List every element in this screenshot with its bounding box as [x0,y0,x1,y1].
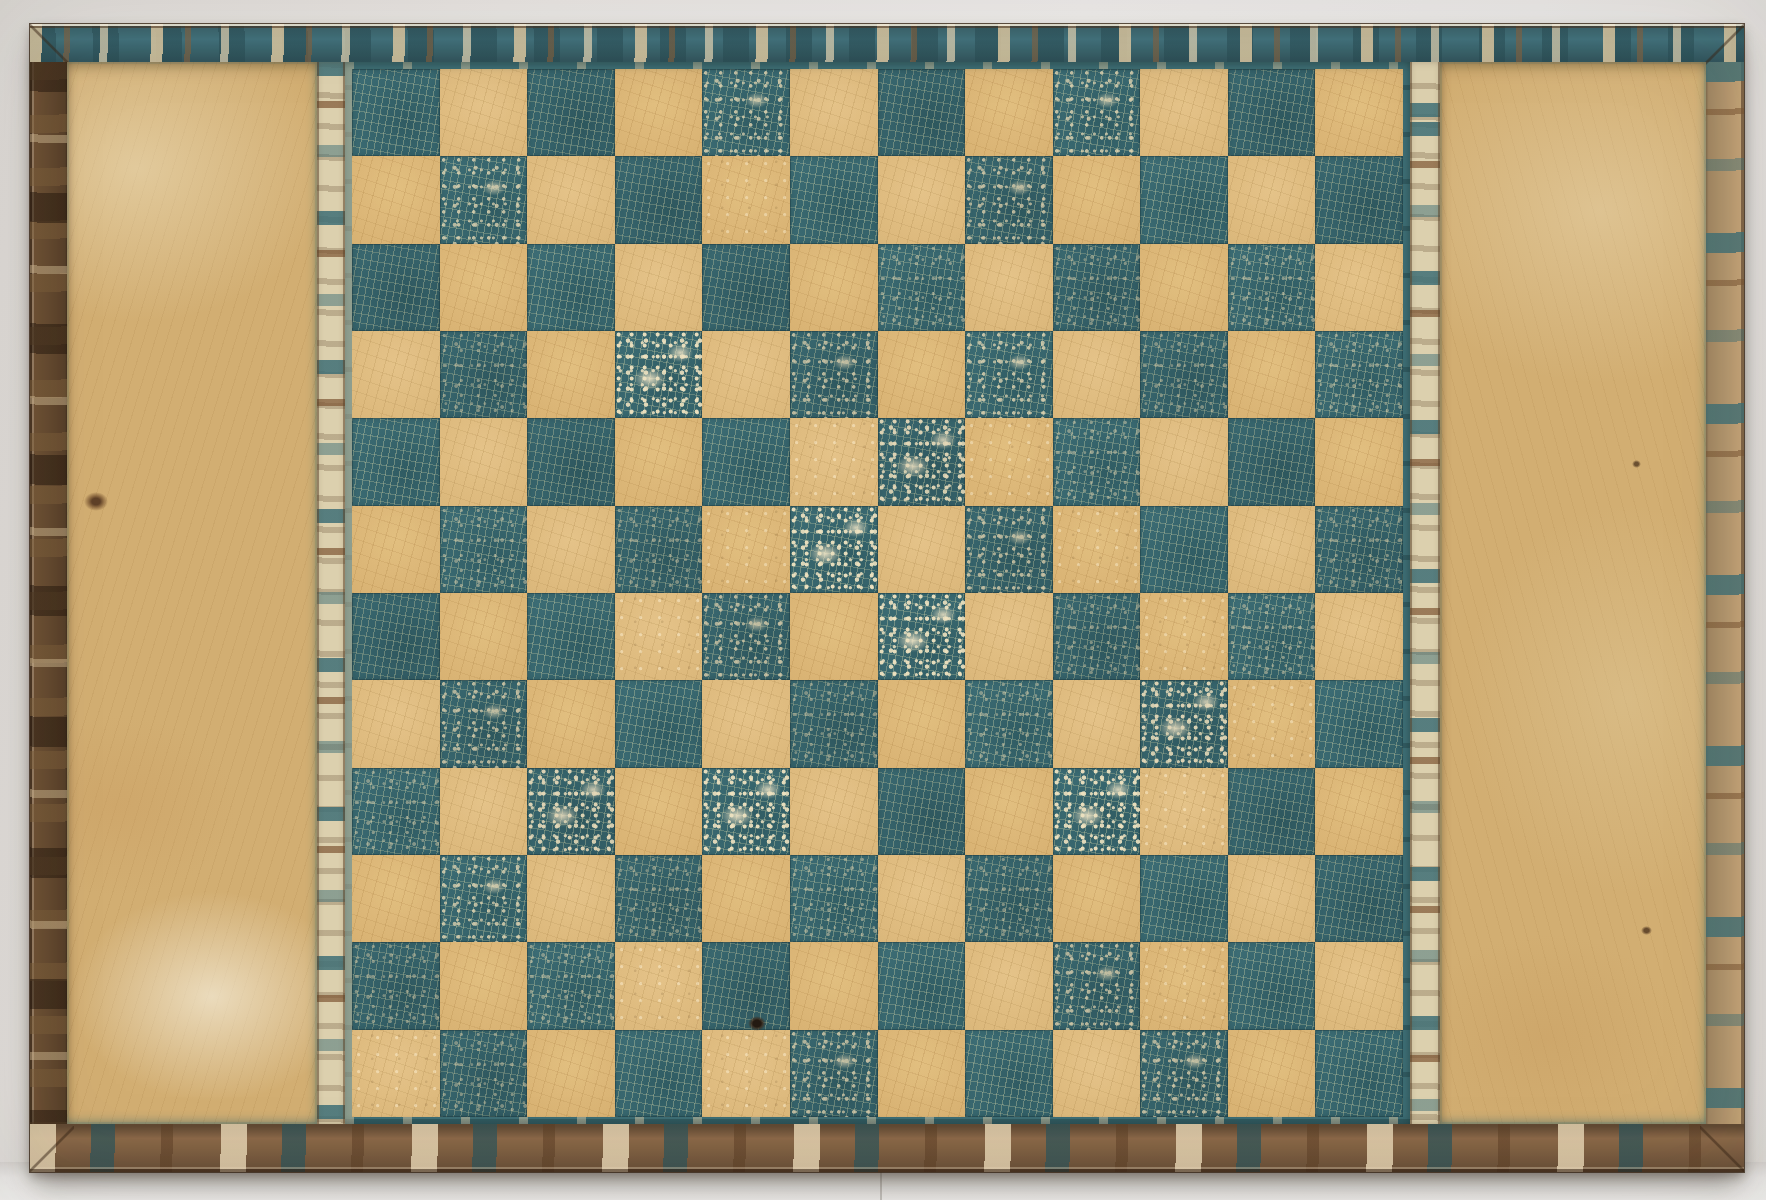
board-square[interactable] [615,418,703,505]
board-square[interactable] [702,156,790,243]
board-square[interactable] [702,331,790,418]
board-square[interactable] [527,69,615,156]
board-square[interactable] [965,331,1053,418]
board-square[interactable] [1315,331,1403,418]
board-square[interactable] [440,768,528,855]
board-square[interactable] [790,680,878,767]
board-square[interactable] [1228,69,1316,156]
board-square[interactable] [1315,593,1403,680]
board-square[interactable] [878,331,966,418]
board-square[interactable] [615,244,703,331]
board-square[interactable] [1228,855,1316,942]
board-square[interactable] [965,593,1053,680]
board-square[interactable] [1140,156,1228,243]
board-surface [67,62,1706,1124]
board-square[interactable] [1228,1030,1316,1117]
board-square[interactable] [965,942,1053,1029]
board-square[interactable] [1228,768,1316,855]
board-square[interactable] [790,855,878,942]
board-square[interactable] [965,506,1053,593]
board-square[interactable] [1053,331,1141,418]
board-square[interactable] [615,1030,703,1117]
board-square[interactable] [1315,855,1403,942]
board-square[interactable] [615,156,703,243]
board-square[interactable] [1228,331,1316,418]
board-square[interactable] [527,506,615,593]
board-square[interactable] [352,156,440,243]
board-square[interactable] [878,418,966,505]
board-square[interactable] [1140,331,1228,418]
board-square[interactable] [1053,593,1141,680]
checkerboard [345,62,1410,1124]
board-square[interactable] [440,593,528,680]
board-square[interactable] [352,331,440,418]
board-square[interactable] [1315,680,1403,767]
photo-backdrop [0,0,1766,1200]
board-square[interactable] [1053,506,1141,593]
board-square[interactable] [965,156,1053,243]
board-square[interactable] [527,855,615,942]
board-square[interactable] [527,1030,615,1117]
board-square[interactable] [527,244,615,331]
board-square[interactable] [440,1030,528,1117]
board-square[interactable] [702,768,790,855]
board-square[interactable] [965,69,1053,156]
board-square[interactable] [615,942,703,1029]
board-square[interactable] [965,768,1053,855]
board-square[interactable] [1228,244,1316,331]
board-square[interactable] [1315,418,1403,505]
board-square[interactable] [702,69,790,156]
board-square[interactable] [702,506,790,593]
board-square[interactable] [1140,244,1228,331]
board-square[interactable] [1315,768,1403,855]
board-square[interactable] [965,855,1053,942]
board-square[interactable] [790,156,878,243]
board-square[interactable] [702,942,790,1029]
board-square[interactable] [790,506,878,593]
board-square[interactable] [352,506,440,593]
board-square[interactable] [352,244,440,331]
board-square[interactable] [1053,680,1141,767]
board-square[interactable] [1228,593,1316,680]
board-square[interactable] [1053,768,1141,855]
board-square[interactable] [440,855,528,942]
floor-seam-line [880,1168,882,1200]
board-square[interactable] [352,768,440,855]
board-square[interactable] [790,244,878,331]
board-square[interactable] [790,418,878,505]
board-square[interactable] [527,593,615,680]
board-square[interactable] [702,1030,790,1117]
board-square[interactable] [878,593,966,680]
board-square[interactable] [1140,418,1228,505]
board-square[interactable] [878,768,966,855]
board-square[interactable] [352,942,440,1029]
board-square[interactable] [878,680,966,767]
board-square[interactable] [352,418,440,505]
board-square[interactable] [1140,506,1228,593]
board-square[interactable] [440,156,528,243]
board-square[interactable] [1053,418,1141,505]
board-square[interactable] [352,1030,440,1117]
left-divider-rail [317,62,345,1124]
left-side-panel [67,62,317,1124]
board-square[interactable] [527,418,615,505]
board-square[interactable] [878,506,966,593]
board-square[interactable] [878,156,966,243]
board-square[interactable] [1315,1030,1403,1117]
board-square[interactable] [1140,69,1228,156]
board-square[interactable] [1315,942,1403,1029]
board-square[interactable] [1140,593,1228,680]
board-square[interactable] [615,593,703,680]
board-square[interactable] [702,418,790,505]
board-square[interactable] [878,1030,966,1117]
board-square[interactable] [352,680,440,767]
board-square[interactable] [1228,418,1316,505]
board-square[interactable] [790,331,878,418]
board-square[interactable] [1053,69,1141,156]
board-square[interactable] [440,244,528,331]
board-square[interactable] [527,156,615,243]
board-square[interactable] [965,244,1053,331]
right-side-panel [1440,62,1706,1124]
board-square[interactable] [527,942,615,1029]
board-square[interactable] [1315,69,1403,156]
board-square[interactable] [1228,942,1316,1029]
board-square[interactable] [440,942,528,1029]
board-square[interactable] [702,680,790,767]
board-square[interactable] [1228,506,1316,593]
board-square[interactable] [440,69,528,156]
board-square[interactable] [878,244,966,331]
board-square[interactable] [527,331,615,418]
board-square[interactable] [440,506,528,593]
board-square[interactable] [965,680,1053,767]
board-square[interactable] [615,680,703,767]
frame-left-rail [30,62,67,1124]
board-square[interactable] [527,768,615,855]
board-square[interactable] [1140,680,1228,767]
board-square[interactable] [352,855,440,942]
board-square[interactable] [1315,156,1403,243]
board-square[interactable] [1228,680,1316,767]
board-square[interactable] [1140,1030,1228,1117]
checkerboard-grid [352,69,1403,1117]
board-square[interactable] [352,593,440,680]
board-square[interactable] [1228,156,1316,243]
board-square[interactable] [615,331,703,418]
board-square[interactable] [1315,244,1403,331]
board-square[interactable] [702,855,790,942]
board-square[interactable] [1315,506,1403,593]
board-square[interactable] [615,855,703,942]
board-square[interactable] [790,69,878,156]
board-square[interactable] [1053,942,1141,1029]
board-square[interactable] [1140,768,1228,855]
game-board-frame [30,24,1744,1172]
board-square[interactable] [615,69,703,156]
right-divider-rail [1410,62,1440,1124]
board-square[interactable] [790,1030,878,1117]
board-square[interactable] [1140,855,1228,942]
board-square[interactable] [1053,1030,1141,1117]
frame-bottom-rail [30,1124,1744,1172]
board-square[interactable] [702,244,790,331]
board-square[interactable] [352,69,440,156]
board-square[interactable] [1140,942,1228,1029]
board-square[interactable] [878,942,966,1029]
board-square[interactable] [965,1030,1053,1117]
board-square[interactable] [790,768,878,855]
board-square[interactable] [440,418,528,505]
board-square[interactable] [1053,156,1141,243]
board-square[interactable] [1053,855,1141,942]
board-square[interactable] [615,506,703,593]
board-square[interactable] [790,942,878,1029]
board-square[interactable] [790,593,878,680]
board-square[interactable] [965,418,1053,505]
board-square[interactable] [527,680,615,767]
frame-top-rail [30,24,1744,62]
frame-right-rail [1706,62,1744,1124]
board-square[interactable] [440,331,528,418]
board-square[interactable] [702,593,790,680]
board-square[interactable] [440,680,528,767]
board-square[interactable] [615,768,703,855]
board-square[interactable] [1053,244,1141,331]
board-square[interactable] [878,69,966,156]
board-square[interactable] [878,855,966,942]
